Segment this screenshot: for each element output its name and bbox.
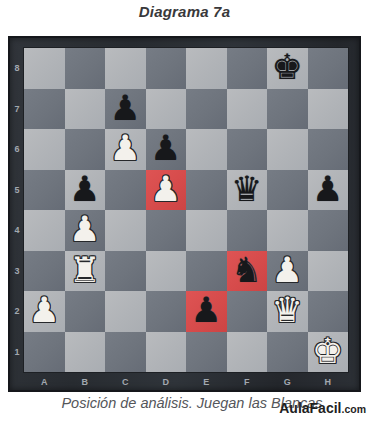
- square-e2: ♟: [186, 291, 227, 332]
- square-g4: [267, 210, 308, 251]
- rank-labels: 87654321: [10, 48, 24, 372]
- piece-white-pawn-c6: ♟: [110, 128, 141, 168]
- square-a6: [24, 129, 65, 170]
- file-label-f: F: [227, 372, 268, 392]
- square-d6: ♟: [146, 129, 187, 170]
- square-f7: [227, 89, 268, 130]
- square-f1: [227, 332, 268, 373]
- file-label-e: E: [186, 372, 227, 392]
- square-c5: [105, 170, 146, 211]
- square-c7: ♟: [105, 89, 146, 130]
- square-c6: ♟: [105, 129, 146, 170]
- piece-black-pawn-e2: ♟: [191, 290, 222, 330]
- rank-label-6: 6: [10, 129, 24, 170]
- square-g5: [267, 170, 308, 211]
- piece-black-queen-f5: ♛: [231, 169, 262, 209]
- square-d7: [146, 89, 187, 130]
- piece-black-pawn-d6: ♟: [150, 128, 181, 168]
- square-a2: ♟: [24, 291, 65, 332]
- square-g2: ♛: [267, 291, 308, 332]
- square-b1: [65, 332, 106, 373]
- piece-black-pawn-c7: ♟: [110, 88, 141, 128]
- square-a1: [24, 332, 65, 373]
- square-g1: [267, 332, 308, 373]
- square-e3: [186, 251, 227, 292]
- square-b2: [65, 291, 106, 332]
- square-g3: ♟: [267, 251, 308, 292]
- piece-white-pawn-b4: ♟: [69, 209, 100, 249]
- piece-black-pawn-h5: ♟: [312, 169, 343, 209]
- file-label-a: A: [24, 372, 65, 392]
- square-h3: [308, 251, 349, 292]
- square-e8: [186, 48, 227, 89]
- watermark-tld: .com: [341, 403, 366, 415]
- square-h7: [308, 89, 349, 130]
- rank-label-5: 5: [10, 170, 24, 211]
- file-label-c: C: [105, 372, 146, 392]
- piece-white-queen-g2: ♛: [272, 290, 303, 330]
- square-g6: [267, 129, 308, 170]
- square-b8: [65, 48, 106, 89]
- piece-white-king-h1: ♚: [312, 331, 343, 371]
- board-frame: 87654321 ♚♟♟♟♟♟♛♟♟♜♞♟♟♟♛♚ ABCDEFGH: [8, 36, 361, 392]
- square-d1: [146, 332, 187, 373]
- square-c3: [105, 251, 146, 292]
- file-label-d: D: [146, 372, 187, 392]
- rank-label-2: 2: [10, 291, 24, 332]
- square-d4: [146, 210, 187, 251]
- rank-label-1: 1: [10, 332, 24, 373]
- piece-white-pawn-d5: ♟: [150, 169, 181, 209]
- square-b4: ♟: [65, 210, 106, 251]
- piece-white-rook-b3: ♜: [69, 250, 100, 290]
- square-f5: ♛: [227, 170, 268, 211]
- file-label-h: H: [308, 372, 349, 392]
- square-h5: ♟: [308, 170, 349, 211]
- square-c1: [105, 332, 146, 373]
- square-h6: [308, 129, 349, 170]
- square-h2: [308, 291, 349, 332]
- diagram-title: Diagrama 7a: [0, 3, 369, 20]
- square-c2: [105, 291, 146, 332]
- square-d8: [146, 48, 187, 89]
- rank-label-3: 3: [10, 251, 24, 292]
- square-b5: ♟: [65, 170, 106, 211]
- square-a3: [24, 251, 65, 292]
- watermark: AulaFacil.com: [279, 399, 366, 417]
- square-e6: [186, 129, 227, 170]
- square-g7: [267, 89, 308, 130]
- board: ♚♟♟♟♟♟♛♟♟♜♞♟♟♟♛♚: [24, 48, 348, 372]
- square-d2: [146, 291, 187, 332]
- square-f3: ♞: [227, 251, 268, 292]
- piece-white-pawn-g3: ♟: [272, 250, 303, 290]
- square-f2: [227, 291, 268, 332]
- square-e4: [186, 210, 227, 251]
- square-f6: [227, 129, 268, 170]
- file-label-g: G: [267, 372, 308, 392]
- piece-white-pawn-a2: ♟: [29, 290, 60, 330]
- watermark-brand: AulaFacil: [279, 400, 341, 416]
- square-d5: ♟: [146, 170, 187, 211]
- square-e1: [186, 332, 227, 373]
- piece-black-knight-f3: ♞: [231, 250, 262, 290]
- square-c8: [105, 48, 146, 89]
- square-f8: [227, 48, 268, 89]
- square-h4: [308, 210, 349, 251]
- square-b7: [65, 89, 106, 130]
- square-e5: [186, 170, 227, 211]
- square-c4: [105, 210, 146, 251]
- piece-black-pawn-b5: ♟: [69, 169, 100, 209]
- square-a4: [24, 210, 65, 251]
- square-a7: [24, 89, 65, 130]
- square-a5: [24, 170, 65, 211]
- rank-label-8: 8: [10, 48, 24, 89]
- square-g8: ♚: [267, 48, 308, 89]
- square-f4: [227, 210, 268, 251]
- rank-label-4: 4: [10, 210, 24, 251]
- rank-label-7: 7: [10, 89, 24, 130]
- file-label-b: B: [65, 372, 106, 392]
- square-a8: [24, 48, 65, 89]
- square-d3: [146, 251, 187, 292]
- square-h8: [308, 48, 349, 89]
- piece-black-king-g8: ♚: [272, 47, 303, 87]
- square-b6: [65, 129, 106, 170]
- file-labels: ABCDEFGH: [24, 372, 348, 392]
- square-b3: ♜: [65, 251, 106, 292]
- square-h1: ♚: [308, 332, 349, 373]
- square-e7: [186, 89, 227, 130]
